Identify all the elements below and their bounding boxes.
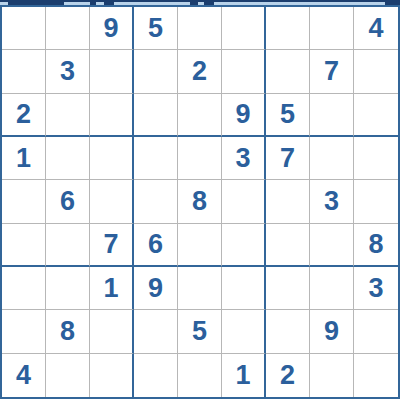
cell-r5c1[interactable] — [2, 180, 46, 223]
cell-r8c2[interactable]: 8 — [46, 310, 90, 353]
cell-r4c4[interactable] — [134, 137, 178, 180]
cell-r3c3[interactable] — [90, 94, 134, 137]
cell-r4c7[interactable]: 7 — [266, 137, 310, 180]
cell-r7c8[interactable] — [310, 267, 354, 310]
cell-r7c7[interactable] — [266, 267, 310, 310]
sudoku-screen: 954327295137683768193859412 — [0, 0, 400, 399]
cell-r6c3[interactable]: 7 — [90, 224, 134, 267]
cell-r5c4[interactable] — [134, 180, 178, 223]
cell-r6c6[interactable] — [222, 224, 266, 267]
cell-r7c2[interactable] — [46, 267, 90, 310]
cell-r3c1[interactable]: 2 — [2, 94, 46, 137]
cell-r2c4[interactable] — [134, 50, 178, 93]
cell-r7c4[interactable]: 9 — [134, 267, 178, 310]
cell-r2c7[interactable] — [266, 50, 310, 93]
cell-r9c7[interactable]: 2 — [266, 354, 310, 397]
cell-r8c4[interactable] — [134, 310, 178, 353]
cell-r5c3[interactable] — [90, 180, 134, 223]
cell-r3c9[interactable] — [354, 94, 398, 137]
cell-r6c2[interactable] — [46, 224, 90, 267]
cell-r5c8[interactable]: 3 — [310, 180, 354, 223]
cell-r6c5[interactable] — [178, 224, 222, 267]
cell-r1c5[interactable] — [178, 7, 222, 50]
cell-r5c7[interactable] — [266, 180, 310, 223]
cell-r9c4[interactable] — [134, 354, 178, 397]
cell-r8c9[interactable] — [354, 310, 398, 353]
cell-r1c4[interactable]: 5 — [134, 7, 178, 50]
cell-r6c1[interactable] — [2, 224, 46, 267]
cell-r9c8[interactable] — [310, 354, 354, 397]
cell-r5c9[interactable] — [354, 180, 398, 223]
cell-r4c2[interactable] — [46, 137, 90, 180]
cell-r4c5[interactable] — [178, 137, 222, 180]
cell-r1c6[interactable] — [222, 7, 266, 50]
cell-r7c5[interactable] — [178, 267, 222, 310]
cell-r1c9[interactable]: 4 — [354, 7, 398, 50]
cell-r8c7[interactable] — [266, 310, 310, 353]
cell-r9c5[interactable] — [178, 354, 222, 397]
cell-r3c6[interactable]: 9 — [222, 94, 266, 137]
cell-r8c1[interactable] — [2, 310, 46, 353]
cell-r7c9[interactable]: 3 — [354, 267, 398, 310]
cell-r2c8[interactable]: 7 — [310, 50, 354, 93]
cell-r5c6[interactable] — [222, 180, 266, 223]
cell-r9c1[interactable]: 4 — [2, 354, 46, 397]
cell-r7c6[interactable] — [222, 267, 266, 310]
cell-r3c7[interactable]: 5 — [266, 94, 310, 137]
cell-r2c2[interactable]: 3 — [46, 50, 90, 93]
cell-r4c6[interactable]: 3 — [222, 137, 266, 180]
cell-r1c1[interactable] — [2, 7, 46, 50]
cell-r9c9[interactable] — [354, 354, 398, 397]
cell-r2c3[interactable] — [90, 50, 134, 93]
cell-r1c8[interactable] — [310, 7, 354, 50]
cell-r5c5[interactable]: 8 — [178, 180, 222, 223]
cell-r8c6[interactable] — [222, 310, 266, 353]
cell-r9c6[interactable]: 1 — [222, 354, 266, 397]
cell-r3c2[interactable] — [46, 94, 90, 137]
cell-r6c8[interactable] — [310, 224, 354, 267]
cell-r8c8[interactable]: 9 — [310, 310, 354, 353]
cell-r2c5[interactable]: 2 — [178, 50, 222, 93]
cell-r9c2[interactable] — [46, 354, 90, 397]
cell-r6c9[interactable]: 8 — [354, 224, 398, 267]
cell-r4c3[interactable] — [90, 137, 134, 180]
cell-r2c9[interactable] — [354, 50, 398, 93]
cell-r3c8[interactable] — [310, 94, 354, 137]
cell-r1c7[interactable] — [266, 7, 310, 50]
cell-r3c4[interactable] — [134, 94, 178, 137]
cell-r3c5[interactable] — [178, 94, 222, 137]
cell-r1c3[interactable]: 9 — [90, 7, 134, 50]
cell-r4c1[interactable]: 1 — [2, 137, 46, 180]
cell-r7c3[interactable]: 1 — [90, 267, 134, 310]
cell-r8c3[interactable] — [90, 310, 134, 353]
cell-r2c1[interactable] — [2, 50, 46, 93]
cell-r7c1[interactable] — [2, 267, 46, 310]
cell-r2c6[interactable] — [222, 50, 266, 93]
sudoku-board: 954327295137683768193859412 — [0, 5, 400, 399]
cell-r1c2[interactable] — [46, 7, 90, 50]
cell-r6c4[interactable]: 6 — [134, 224, 178, 267]
cell-r9c3[interactable] — [90, 354, 134, 397]
cell-r8c5[interactable]: 5 — [178, 310, 222, 353]
cell-r6c7[interactable] — [266, 224, 310, 267]
cell-r4c8[interactable] — [310, 137, 354, 180]
cell-r5c2[interactable]: 6 — [46, 180, 90, 223]
cell-r4c9[interactable] — [354, 137, 398, 180]
